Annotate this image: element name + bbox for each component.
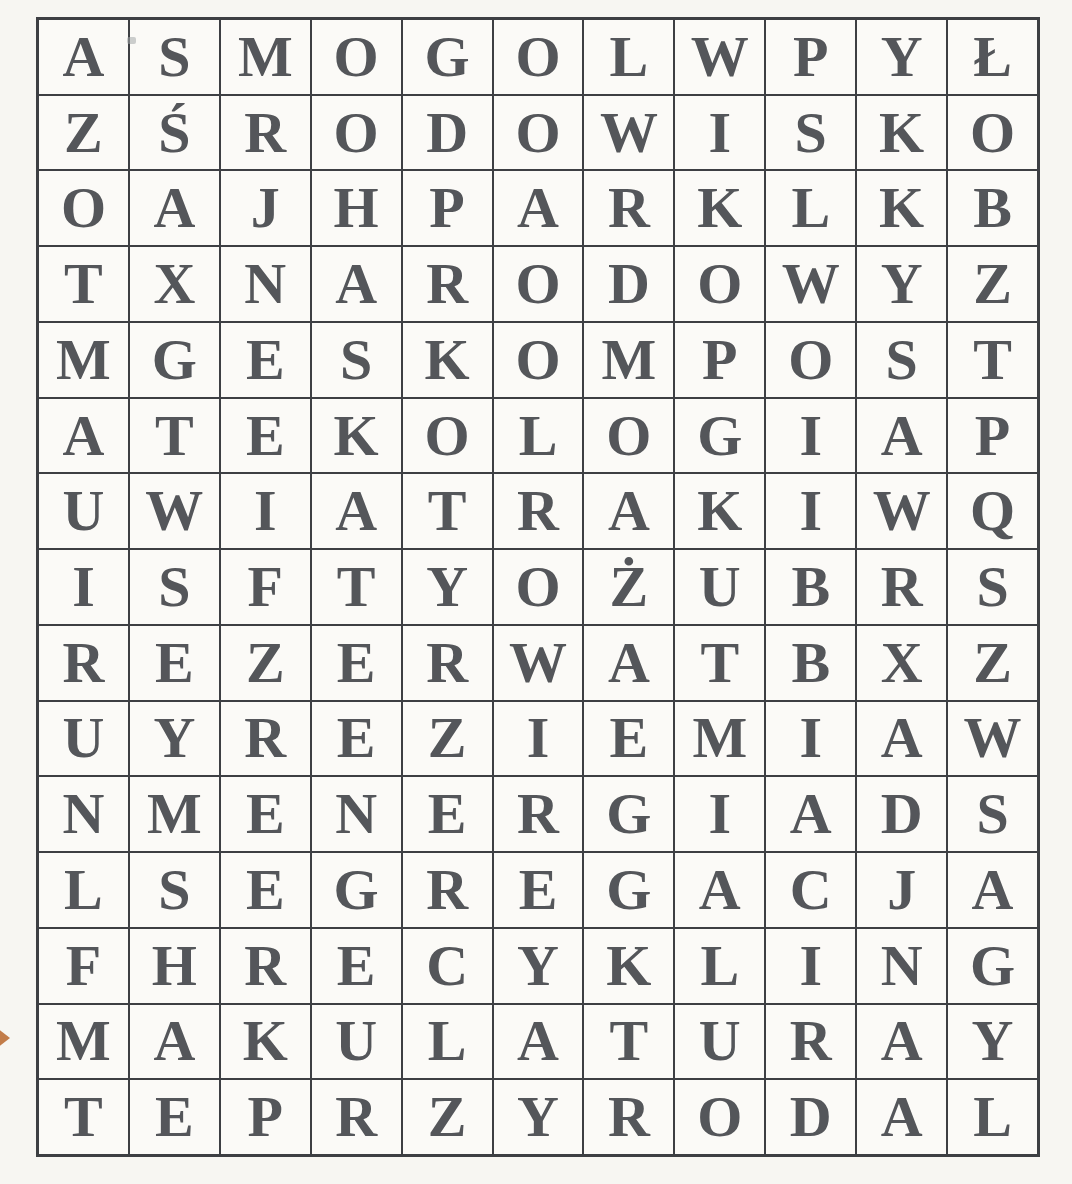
grid-cell[interactable]: L <box>584 20 673 94</box>
grid-cell[interactable]: S <box>130 20 219 94</box>
grid-cell[interactable]: Y <box>403 550 492 624</box>
grid-cell[interactable]: L <box>675 929 764 1003</box>
grid-cell[interactable]: A <box>857 1080 946 1154</box>
grid-cell[interactable]: O <box>494 247 583 321</box>
grid-cell[interactable]: G <box>584 777 673 851</box>
grid-cell[interactable]: J <box>857 853 946 927</box>
grid-cell[interactable]: P <box>675 323 764 397</box>
grid-cell[interactable]: X <box>130 247 219 321</box>
grid-cell[interactable]: A <box>39 20 128 94</box>
grid-cell[interactable]: A <box>494 1005 583 1079</box>
grid-cell[interactable]: K <box>857 171 946 245</box>
grid-cell[interactable]: E <box>312 626 401 700</box>
grid-cell[interactable]: L <box>494 399 583 473</box>
grid-cell[interactable]: E <box>584 702 673 776</box>
grid-cell[interactable]: I <box>494 702 583 776</box>
grid-cell[interactable]: R <box>221 96 310 170</box>
grid-cell[interactable]: S <box>857 323 946 397</box>
grid-cell[interactable]: G <box>584 853 673 927</box>
grid-cell[interactable]: R <box>766 1005 855 1079</box>
grid-cell[interactable]: L <box>39 853 128 927</box>
grid-cell[interactable]: S <box>312 323 401 397</box>
grid-cell[interactable]: Y <box>857 20 946 94</box>
grid-cell[interactable]: E <box>130 1080 219 1154</box>
grid-cell[interactable]: A <box>948 853 1037 927</box>
grid-cell[interactable]: S <box>130 853 219 927</box>
grid-cell[interactable]: D <box>766 1080 855 1154</box>
grid-cell[interactable]: Y <box>494 929 583 1003</box>
grid-cell[interactable]: O <box>494 96 583 170</box>
grid-cell[interactable]: R <box>221 702 310 776</box>
grid-cell[interactable]: Y <box>130 702 219 776</box>
grid-cell[interactable]: N <box>312 777 401 851</box>
grid-cell[interactable]: J <box>221 171 310 245</box>
grid-cell[interactable]: R <box>403 853 492 927</box>
grid-cell[interactable]: A <box>857 1005 946 1079</box>
grid-cell[interactable]: W <box>857 474 946 548</box>
grid-cell[interactable]: Y <box>494 1080 583 1154</box>
grid-cell[interactable]: F <box>221 550 310 624</box>
grid-cell[interactable]: A <box>584 626 673 700</box>
grid-cell[interactable]: N <box>857 929 946 1003</box>
grid-cell[interactable]: A <box>494 171 583 245</box>
grid-cell[interactable]: I <box>766 399 855 473</box>
grid-cell[interactable]: X <box>857 626 946 700</box>
grid-cell[interactable]: W <box>766 247 855 321</box>
grid-cell[interactable]: U <box>675 1005 764 1079</box>
grid-cell[interactable]: T <box>39 247 128 321</box>
grid-cell[interactable]: Ś <box>130 96 219 170</box>
grid-cell[interactable]: U <box>312 1005 401 1079</box>
grid-cell[interactable]: S <box>130 550 219 624</box>
grid-cell[interactable]: T <box>675 626 764 700</box>
grid-cell[interactable]: H <box>130 929 219 1003</box>
grid-cell[interactable]: G <box>130 323 219 397</box>
grid-cell[interactable]: K <box>403 323 492 397</box>
grid-cell[interactable]: E <box>221 853 310 927</box>
grid-cell[interactable]: I <box>766 702 855 776</box>
grid-cell[interactable]: N <box>39 777 128 851</box>
grid-cell[interactable]: Z <box>403 1080 492 1154</box>
grid-cell[interactable]: R <box>39 626 128 700</box>
grid-cell[interactable]: T <box>948 323 1037 397</box>
grid-cell[interactable]: H <box>312 171 401 245</box>
grid-cell[interactable]: U <box>39 474 128 548</box>
grid-cell[interactable]: C <box>403 929 492 1003</box>
grid-cell[interactable]: T <box>312 550 401 624</box>
grid-cell[interactable]: O <box>312 96 401 170</box>
grid-cell[interactable]: U <box>675 550 764 624</box>
grid-cell[interactable]: S <box>948 777 1037 851</box>
grid-cell[interactable]: R <box>857 550 946 624</box>
grid-cell[interactable]: O <box>494 323 583 397</box>
grid-cell[interactable]: I <box>766 929 855 1003</box>
grid-cell[interactable]: I <box>39 550 128 624</box>
grid-cell[interactable]: K <box>675 474 764 548</box>
grid-cell[interactable]: S <box>766 96 855 170</box>
grid-cell[interactable]: A <box>39 399 128 473</box>
grid-cell[interactable]: N <box>221 247 310 321</box>
grid-cell[interactable]: I <box>675 96 764 170</box>
grid-cell[interactable]: R <box>494 777 583 851</box>
grid-cell[interactable]: A <box>857 702 946 776</box>
grid-cell[interactable]: Z <box>221 626 310 700</box>
grid-cell[interactable]: P <box>221 1080 310 1154</box>
grid-cell[interactable]: C <box>766 853 855 927</box>
grid-cell[interactable]: M <box>39 323 128 397</box>
grid-cell[interactable]: R <box>312 1080 401 1154</box>
grid-cell[interactable]: W <box>948 702 1037 776</box>
grid-cell[interactable]: E <box>403 777 492 851</box>
grid-cell[interactable]: M <box>130 777 219 851</box>
grid-cell[interactable]: K <box>584 929 673 1003</box>
grid-cell[interactable]: O <box>403 399 492 473</box>
grid-cell[interactable]: E <box>221 399 310 473</box>
grid-cell[interactable]: K <box>857 96 946 170</box>
grid-cell[interactable]: B <box>948 171 1037 245</box>
grid-cell[interactable]: I <box>766 474 855 548</box>
grid-cell[interactable]: A <box>675 853 764 927</box>
grid-cell[interactable]: W <box>584 96 673 170</box>
grid-cell[interactable]: P <box>766 20 855 94</box>
grid-cell[interactable]: S <box>948 550 1037 624</box>
grid-cell[interactable]: A <box>584 474 673 548</box>
grid-cell[interactable]: M <box>584 323 673 397</box>
grid-cell[interactable]: W <box>130 474 219 548</box>
grid-cell[interactable]: W <box>675 20 764 94</box>
grid-cell[interactable]: T <box>403 474 492 548</box>
grid-cell[interactable]: U <box>39 702 128 776</box>
grid-cell[interactable]: G <box>312 853 401 927</box>
grid-cell[interactable]: L <box>766 171 855 245</box>
grid-cell[interactable]: L <box>403 1005 492 1079</box>
page-edge-mark-icon <box>0 1028 10 1048</box>
grid-cell[interactable]: I <box>675 777 764 851</box>
grid-cell[interactable]: A <box>312 247 401 321</box>
scan-smudge <box>127 37 136 44</box>
grid-cell[interactable]: K <box>312 399 401 473</box>
grid-cell[interactable]: B <box>766 626 855 700</box>
grid-cell[interactable]: Ł <box>948 20 1037 94</box>
grid-cell[interactable]: E <box>221 323 310 397</box>
grid-cell[interactable]: E <box>312 929 401 1003</box>
grid-cell[interactable]: Z <box>403 702 492 776</box>
grid-cell[interactable]: Z <box>948 626 1037 700</box>
grid-cell[interactable]: F <box>39 929 128 1003</box>
grid-cell[interactable]: O <box>494 20 583 94</box>
grid-cell[interactable]: K <box>675 171 764 245</box>
grid-cell[interactable]: M <box>675 702 764 776</box>
grid-cell[interactable]: M <box>221 20 310 94</box>
grid-cell[interactable]: D <box>403 96 492 170</box>
grid-cell[interactable]: E <box>312 702 401 776</box>
grid-cell[interactable]: E <box>494 853 583 927</box>
grid-cell[interactable]: Ż <box>584 550 673 624</box>
grid-cell[interactable]: R <box>584 171 673 245</box>
grid-cell[interactable]: O <box>675 1080 764 1154</box>
grid-cell[interactable]: I <box>221 474 310 548</box>
grid-cell[interactable]: R <box>584 1080 673 1154</box>
grid-cell[interactable]: E <box>130 626 219 700</box>
grid-cell[interactable]: T <box>584 1005 673 1079</box>
grid-cell[interactable]: A <box>766 777 855 851</box>
grid-cell[interactable]: B <box>766 550 855 624</box>
grid-cell[interactable]: O <box>584 399 673 473</box>
grid-cell[interactable]: A <box>130 1005 219 1079</box>
grid-cell[interactable]: A <box>130 171 219 245</box>
grid-cell[interactable]: O <box>39 171 128 245</box>
grid-cell[interactable]: K <box>221 1005 310 1079</box>
grid-cell[interactable]: G <box>403 20 492 94</box>
grid-cell[interactable]: P <box>403 171 492 245</box>
grid-cell[interactable]: W <box>494 626 583 700</box>
grid-cell[interactable]: E <box>221 777 310 851</box>
grid-cell[interactable]: G <box>675 399 764 473</box>
grid-cell[interactable]: O <box>766 323 855 397</box>
grid-cell[interactable]: D <box>857 777 946 851</box>
grid-cell[interactable]: T <box>39 1080 128 1154</box>
grid-cell[interactable]: T <box>130 399 219 473</box>
grid-cell[interactable]: Z <box>39 96 128 170</box>
word-search-grid: ASMOGOLWPYŁZŚRODOWISKOOAJHPARKLKBTXNAROD… <box>36 17 1040 1157</box>
grid-cell[interactable]: P <box>948 399 1037 473</box>
grid-cell[interactable]: Z <box>948 247 1037 321</box>
grid-cell[interactable]: M <box>39 1005 128 1079</box>
grid-cell[interactable]: D <box>584 247 673 321</box>
word-search-page: ASMOGOLWPYŁZŚRODOWISKOOAJHPARKLKBTXNAROD… <box>0 0 1072 1184</box>
grid-cell[interactable]: Y <box>948 1005 1037 1079</box>
grid-cell[interactable]: Q <box>948 474 1037 548</box>
grid-cell[interactable]: A <box>857 399 946 473</box>
grid-cell[interactable]: O <box>312 20 401 94</box>
grid-cell[interactable]: O <box>675 247 764 321</box>
grid-cell[interactable]: O <box>494 550 583 624</box>
grid-cell[interactable]: A <box>312 474 401 548</box>
grid-cell[interactable]: G <box>948 929 1037 1003</box>
grid-cell[interactable]: Y <box>857 247 946 321</box>
grid-cell[interactable]: L <box>948 1080 1037 1154</box>
grid-cell[interactable]: O <box>948 96 1037 170</box>
grid-cell[interactable]: R <box>221 929 310 1003</box>
grid-cell[interactable]: R <box>494 474 583 548</box>
grid-cell[interactable]: R <box>403 626 492 700</box>
grid-cell[interactable]: R <box>403 247 492 321</box>
